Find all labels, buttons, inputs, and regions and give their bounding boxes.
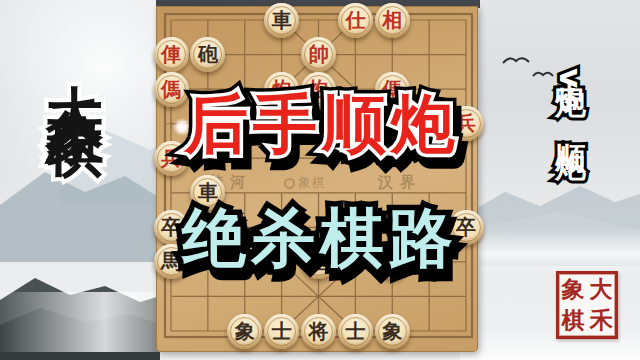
piece-black-elephant[interactable]: 象	[375, 314, 410, 349]
piece-black-advisor[interactable]: 士	[338, 314, 373, 349]
banner-line2-text: 绝杀棋路	[182, 202, 458, 276]
matchup-subtitle-text: 中炮vs顺炮	[550, 56, 592, 131]
seal-char: 大	[587, 274, 615, 305]
video-thumbnail: 楚河 汉界 象棋 車仕相俥砲帥傌炮炮傌兵兵車卒卒馬砲馬象士将士象 后手顺炮 后手…	[0, 0, 640, 360]
river-label-han: 汉界	[378, 173, 422, 192]
piece-black-advisor[interactable]: 士	[264, 314, 299, 349]
piece-black-elephant[interactable]: 象	[227, 314, 262, 349]
piece-red-advisor[interactable]: 仕	[338, 3, 373, 38]
piece-red-chariot[interactable]: 俥	[154, 37, 189, 72]
banner-line1-text: 后手顺炮	[184, 88, 460, 162]
watermark-text: 象棋	[298, 174, 326, 192]
piece-red-elephant[interactable]: 相	[375, 3, 410, 38]
channel-title-text: 大禾象棋	[36, 38, 114, 86]
xiangqi-board[interactable]: 楚河 汉界 象棋 車仕相俥砲帥傌炮炮傌兵兵車卒卒馬砲馬象士将士象	[156, 6, 478, 352]
seal-char: 禾	[587, 305, 615, 336]
red-seal-stamp: 象 大 棋 禾	[556, 271, 618, 339]
seal-char: 棋	[559, 305, 587, 336]
watermark-logo-icon	[284, 178, 295, 189]
piece-black-general[interactable]: 将	[301, 314, 336, 349]
piece-black-chariot[interactable]: 車	[264, 3, 299, 38]
seal-char: 象	[559, 274, 587, 305]
piece-red-general[interactable]: 帥	[301, 37, 336, 72]
app-watermark: 象棋	[284, 174, 326, 192]
